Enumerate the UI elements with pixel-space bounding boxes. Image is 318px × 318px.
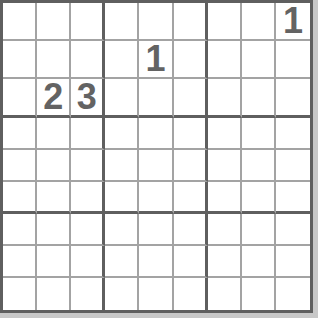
cell-r6c9[interactable]	[276, 182, 310, 214]
cell-r6c5[interactable]	[139, 182, 173, 214]
cell-r1c5[interactable]	[139, 3, 173, 41]
cell-r5c4[interactable]	[105, 150, 139, 182]
cell-r8c4[interactable]	[105, 246, 139, 278]
cell-r2c5[interactable]: 1	[139, 41, 173, 79]
cell-r1c6[interactable]	[174, 3, 208, 41]
cell-r8c3[interactable]	[71, 246, 105, 278]
cell-r8c8[interactable]	[242, 246, 276, 278]
cell-r5c6[interactable]	[174, 150, 208, 182]
cell-r6c7[interactable]	[208, 182, 242, 214]
cell-r5c9[interactable]	[276, 150, 310, 182]
cell-r8c9[interactable]	[276, 246, 310, 278]
cell-r9c1[interactable]	[3, 278, 37, 310]
cell-r4c1[interactable]	[3, 118, 37, 150]
cell-r7c7[interactable]	[208, 214, 242, 246]
cell-r8c5[interactable]	[139, 246, 173, 278]
cell-r5c7[interactable]	[208, 150, 242, 182]
cell-r5c3[interactable]	[71, 150, 105, 182]
sudoku-app: 1123	[0, 0, 318, 318]
cell-r4c3[interactable]	[71, 118, 105, 150]
cell-r7c2[interactable]	[37, 214, 71, 246]
cell-r9c6[interactable]	[174, 278, 208, 310]
cell-r1c4[interactable]	[105, 3, 139, 41]
cell-r9c5[interactable]	[139, 278, 173, 310]
cell-r1c7[interactable]	[208, 3, 242, 41]
cell-r6c2[interactable]	[37, 182, 71, 214]
cell-r7c5[interactable]	[139, 214, 173, 246]
cell-r3c3[interactable]: 3	[71, 79, 105, 118]
cell-r3c4[interactable]	[105, 79, 139, 118]
cell-r5c2[interactable]	[37, 150, 71, 182]
cell-r9c2[interactable]	[37, 278, 71, 310]
cell-r4c5[interactable]	[139, 118, 173, 150]
cell-r7c4[interactable]	[105, 214, 139, 246]
cell-r4c8[interactable]	[242, 118, 276, 150]
cell-r6c3[interactable]	[71, 182, 105, 214]
cell-r3c1[interactable]	[3, 79, 37, 118]
cell-r8c7[interactable]	[208, 246, 242, 278]
cell-r3c9[interactable]	[276, 79, 310, 118]
cell-r9c3[interactable]	[71, 278, 105, 310]
cell-r1c2[interactable]	[37, 3, 71, 41]
cell-r8c1[interactable]	[3, 246, 37, 278]
sudoku-board: 1123	[0, 0, 313, 313]
cell-r2c1[interactable]	[3, 41, 37, 79]
cell-r4c6[interactable]	[174, 118, 208, 150]
cell-r2c6[interactable]	[174, 41, 208, 79]
cell-r4c9[interactable]	[276, 118, 310, 150]
cell-r6c1[interactable]	[3, 182, 37, 214]
given-digit: 2	[43, 79, 63, 115]
cell-r3c6[interactable]	[174, 79, 208, 118]
cell-r2c8[interactable]	[242, 41, 276, 79]
cell-r2c9[interactable]	[276, 41, 310, 79]
cell-r2c7[interactable]	[208, 41, 242, 79]
cell-r3c7[interactable]	[208, 79, 242, 118]
given-digit: 1	[283, 3, 303, 39]
cell-r2c2[interactable]	[37, 41, 71, 79]
given-digit: 1	[145, 41, 165, 77]
cell-r7c9[interactable]	[276, 214, 310, 246]
cell-r6c8[interactable]	[242, 182, 276, 214]
cell-r9c4[interactable]	[105, 278, 139, 310]
cell-r5c1[interactable]	[3, 150, 37, 182]
cell-r1c3[interactable]	[71, 3, 105, 41]
cell-r5c8[interactable]	[242, 150, 276, 182]
cell-r1c8[interactable]	[242, 3, 276, 41]
cell-r1c1[interactable]	[3, 3, 37, 41]
cell-r6c4[interactable]	[105, 182, 139, 214]
cell-r7c6[interactable]	[174, 214, 208, 246]
cell-r4c4[interactable]	[105, 118, 139, 150]
cell-r3c2[interactable]: 2	[37, 79, 71, 118]
cell-r7c1[interactable]	[3, 214, 37, 246]
cell-r6c6[interactable]	[174, 182, 208, 214]
cell-r5c5[interactable]	[139, 150, 173, 182]
cell-r8c6[interactable]	[174, 246, 208, 278]
cell-r3c8[interactable]	[242, 79, 276, 118]
cell-r4c2[interactable]	[37, 118, 71, 150]
cell-r9c8[interactable]	[242, 278, 276, 310]
cell-r1c9[interactable]: 1	[276, 3, 310, 41]
cell-r7c3[interactable]	[71, 214, 105, 246]
cell-r9c7[interactable]	[208, 278, 242, 310]
cell-r4c7[interactable]	[208, 118, 242, 150]
cell-r8c2[interactable]	[37, 246, 71, 278]
cell-r9c9[interactable]	[276, 278, 310, 310]
cell-r2c3[interactable]	[71, 41, 105, 79]
cell-r3c5[interactable]	[139, 79, 173, 118]
cell-r2c4[interactable]	[105, 41, 139, 79]
given-digit: 3	[77, 79, 97, 115]
cell-r7c8[interactable]	[242, 214, 276, 246]
